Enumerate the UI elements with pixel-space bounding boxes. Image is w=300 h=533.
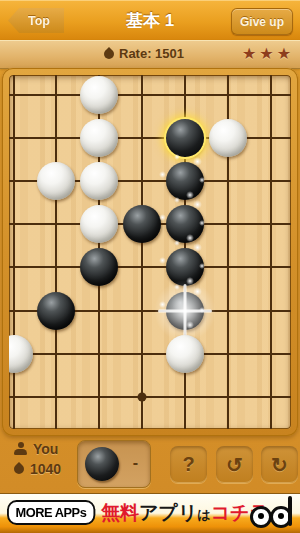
difficulty-stars: ★★★ xyxy=(242,44,294,63)
stone-black[interactable] xyxy=(166,292,204,330)
flame-icon xyxy=(12,461,26,475)
sparkle-effect xyxy=(193,157,202,166)
stone-white[interactable] xyxy=(80,119,118,157)
sparkle-effect xyxy=(193,200,202,209)
sparkle-effect xyxy=(159,301,166,308)
stone-black[interactable] xyxy=(166,162,204,200)
stone-black[interactable] xyxy=(37,292,75,330)
stone-black[interactable] xyxy=(166,119,204,157)
stone-white[interactable] xyxy=(80,76,118,114)
grid-line xyxy=(9,137,291,139)
grid-line xyxy=(9,266,291,268)
more-apps-badge[interactable]: MORE APPs xyxy=(7,500,95,525)
person-icon xyxy=(14,442,27,455)
refresh-icon: ↻ xyxy=(271,453,288,477)
mascot-eyes-icon xyxy=(250,500,292,528)
stone-black[interactable] xyxy=(166,248,204,286)
sparkle-effect xyxy=(193,287,202,296)
grid-line xyxy=(9,396,291,398)
ad-banner[interactable]: MORE APPs 無料アプリはコチラ xyxy=(0,493,300,533)
flame-icon xyxy=(102,46,116,60)
ad-text-wa: は xyxy=(197,507,210,522)
rate-value: Rate: 1501 xyxy=(119,46,184,61)
hoshi-point xyxy=(138,392,147,401)
star-icon: ★ xyxy=(259,45,276,62)
go-board-frame xyxy=(2,68,298,436)
sparkle-effect xyxy=(193,243,202,252)
player-stone-black xyxy=(85,447,119,481)
stone-white[interactable] xyxy=(209,119,247,157)
capture-count: - xyxy=(133,454,138,472)
stone-white[interactable] xyxy=(9,335,33,373)
stone-white[interactable] xyxy=(80,162,118,200)
stone-white[interactable] xyxy=(166,335,204,373)
rate-bar: Rate: 1501 ★★★ xyxy=(0,40,300,69)
stone-black[interactable] xyxy=(123,205,161,243)
star-icon: ★ xyxy=(242,45,259,62)
hint-button[interactable]: ? xyxy=(170,446,207,483)
ad-banner-text: 無料アプリはコチラ xyxy=(101,500,269,526)
stone-white[interactable] xyxy=(80,205,118,243)
eye-stem xyxy=(288,496,292,526)
star-icon: ★ xyxy=(277,45,294,62)
restart-button[interactable]: ↻ xyxy=(261,446,298,483)
grid-line xyxy=(13,75,15,429)
controls-bar: You 1040 - ? ↺ ↻ xyxy=(0,436,300,493)
undo-arrow-icon: ↺ xyxy=(226,453,243,477)
player-rating: 1040 xyxy=(30,461,61,477)
board-surface[interactable] xyxy=(9,75,291,429)
grid-line xyxy=(55,75,57,429)
sparkle-effect xyxy=(159,171,166,178)
sparkle-effect xyxy=(186,191,194,199)
ad-text-free: 無料 xyxy=(101,501,139,523)
give-up-button[interactable]: Give up xyxy=(231,8,293,35)
player-info: You 1040 xyxy=(14,440,61,477)
app-screen: Top 基本 1 Give up Rate: 1501 ★★★ You 1040 xyxy=(0,0,300,533)
question-icon: ? xyxy=(182,453,194,476)
sparkle-effect xyxy=(159,257,166,264)
player-name: You xyxy=(33,441,58,457)
grid-line xyxy=(9,353,291,355)
stone-black[interactable] xyxy=(80,248,118,286)
rate-info: Rate: 1501 xyxy=(104,46,184,61)
sparkle-effect xyxy=(186,321,194,329)
stone-black[interactable] xyxy=(166,205,204,243)
grid-line xyxy=(270,75,272,429)
stone-white[interactable] xyxy=(37,162,75,200)
grid-line xyxy=(9,94,291,96)
navbar: Top 基本 1 Give up xyxy=(0,0,300,41)
undo-button[interactable]: ↺ xyxy=(216,446,253,483)
capture-panel: - xyxy=(77,440,151,488)
sparkle-effect xyxy=(186,277,194,285)
give-up-label: Give up xyxy=(240,15,284,29)
eye-icon xyxy=(250,506,272,528)
ad-text-app: アプリ xyxy=(139,501,197,523)
grid-line xyxy=(141,75,143,429)
sparkle-effect xyxy=(186,234,194,242)
